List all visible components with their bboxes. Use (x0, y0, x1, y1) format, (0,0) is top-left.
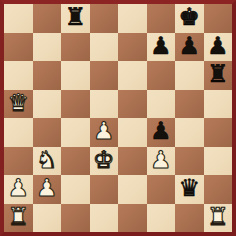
black-pawn[interactable]: ♟ (178, 34, 200, 58)
square-d5[interactable] (90, 90, 119, 119)
white-pawn[interactable]: ♟ (7, 176, 29, 200)
square-e2[interactable] (118, 175, 147, 204)
black-queen[interactable]: ♛ (178, 176, 200, 200)
square-f1[interactable] (147, 204, 176, 233)
white-queen[interactable]: ♛ (7, 91, 29, 115)
square-c1[interactable] (61, 204, 90, 233)
black-pawn[interactable]: ♟ (207, 34, 229, 58)
square-g7[interactable]: ♟ (175, 33, 204, 62)
square-h3[interactable] (204, 147, 233, 176)
square-c8[interactable]: ♜ (61, 4, 90, 33)
square-c7[interactable] (61, 33, 90, 62)
square-b7[interactable] (33, 33, 62, 62)
square-h5[interactable] (204, 90, 233, 119)
black-king[interactable]: ♚ (178, 5, 200, 29)
white-rook[interactable]: ♜ (207, 205, 229, 229)
square-f3[interactable]: ♟ (147, 147, 176, 176)
square-f2[interactable] (147, 175, 176, 204)
square-f4[interactable]: ♟ (147, 118, 176, 147)
square-c5[interactable] (61, 90, 90, 119)
square-c4[interactable] (61, 118, 90, 147)
square-g8[interactable]: ♚ (175, 4, 204, 33)
square-g4[interactable] (175, 118, 204, 147)
square-e8[interactable] (118, 4, 147, 33)
white-pawn[interactable]: ♟ (36, 176, 58, 200)
square-d7[interactable] (90, 33, 119, 62)
square-b1[interactable] (33, 204, 62, 233)
square-g2[interactable]: ♛ (175, 175, 204, 204)
square-a7[interactable] (4, 33, 33, 62)
square-f5[interactable] (147, 90, 176, 119)
black-pawn[interactable]: ♟ (150, 34, 172, 58)
square-c6[interactable] (61, 61, 90, 90)
chess-board: ♜♚♟♟♟♜♛♟♟♞♚♟♟♟♛♜♜ (0, 0, 236, 236)
square-c2[interactable] (61, 175, 90, 204)
square-a3[interactable] (4, 147, 33, 176)
square-e1[interactable] (118, 204, 147, 233)
square-a2[interactable]: ♟ (4, 175, 33, 204)
square-d3[interactable]: ♚ (90, 147, 119, 176)
square-g5[interactable] (175, 90, 204, 119)
white-pawn[interactable]: ♟ (93, 119, 115, 143)
black-rook[interactable]: ♜ (64, 5, 86, 29)
square-c3[interactable] (61, 147, 90, 176)
black-rook[interactable]: ♜ (207, 62, 229, 86)
square-h1[interactable]: ♜ (204, 204, 233, 233)
square-e3[interactable] (118, 147, 147, 176)
square-a8[interactable] (4, 4, 33, 33)
square-f8[interactable] (147, 4, 176, 33)
square-b2[interactable]: ♟ (33, 175, 62, 204)
square-a1[interactable]: ♜ (4, 204, 33, 233)
square-e5[interactable] (118, 90, 147, 119)
square-d4[interactable]: ♟ (90, 118, 119, 147)
square-a5[interactable]: ♛ (4, 90, 33, 119)
square-f7[interactable]: ♟ (147, 33, 176, 62)
square-h6[interactable]: ♜ (204, 61, 233, 90)
square-h2[interactable] (204, 175, 233, 204)
white-king[interactable]: ♚ (93, 148, 115, 172)
square-b6[interactable] (33, 61, 62, 90)
white-pawn[interactable]: ♟ (150, 148, 172, 172)
square-e4[interactable] (118, 118, 147, 147)
square-h4[interactable] (204, 118, 233, 147)
square-g1[interactable] (175, 204, 204, 233)
square-a4[interactable] (4, 118, 33, 147)
white-knight[interactable]: ♞ (36, 148, 58, 172)
square-f6[interactable] (147, 61, 176, 90)
square-a6[interactable] (4, 61, 33, 90)
square-h7[interactable]: ♟ (204, 33, 233, 62)
black-pawn[interactable]: ♟ (150, 119, 172, 143)
square-g3[interactable] (175, 147, 204, 176)
square-h8[interactable] (204, 4, 233, 33)
white-rook[interactable]: ♜ (7, 205, 29, 229)
square-e7[interactable] (118, 33, 147, 62)
square-d6[interactable] (90, 61, 119, 90)
square-b3[interactable]: ♞ (33, 147, 62, 176)
square-e6[interactable] (118, 61, 147, 90)
square-b4[interactable] (33, 118, 62, 147)
square-d1[interactable] (90, 204, 119, 233)
square-d8[interactable] (90, 4, 119, 33)
square-g6[interactable] (175, 61, 204, 90)
square-b5[interactable] (33, 90, 62, 119)
square-d2[interactable] (90, 175, 119, 204)
square-b8[interactable] (33, 4, 62, 33)
